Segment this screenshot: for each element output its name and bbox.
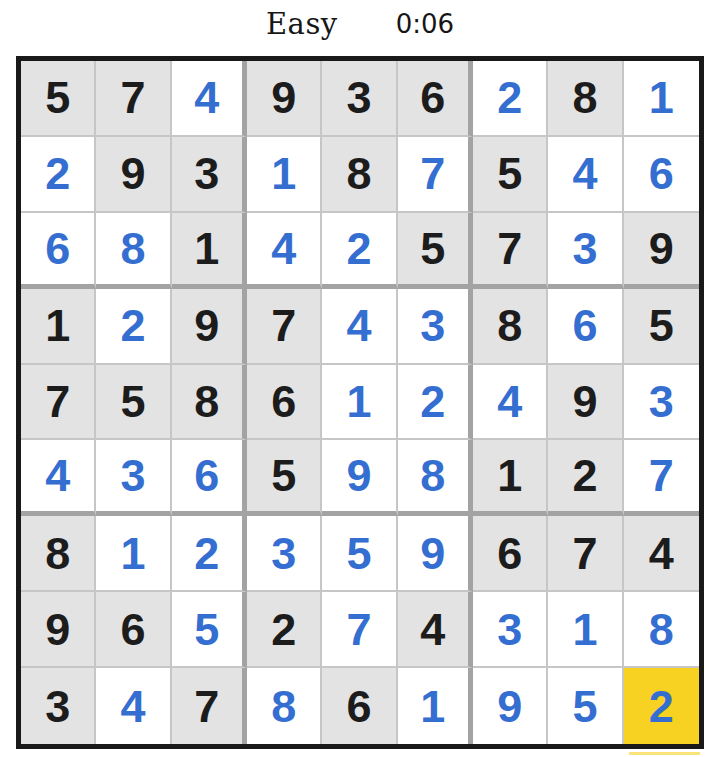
cell-r2c6[interactable]: 7 bbox=[398, 137, 473, 213]
cell-r4c2[interactable]: 2 bbox=[96, 289, 171, 365]
cell-r4c9[interactable]: 5 bbox=[624, 289, 699, 365]
cell-r3c4[interactable]: 4 bbox=[247, 213, 322, 289]
cell-r1c9[interactable]: 1 bbox=[624, 61, 699, 137]
cell-r9c4[interactable]: 8 bbox=[247, 668, 322, 744]
cell-r5c9[interactable]: 3 bbox=[624, 365, 699, 441]
cell-r3c8[interactable]: 3 bbox=[548, 213, 623, 289]
cell-r2c7[interactable]: 5 bbox=[473, 137, 548, 213]
cell-r6c1[interactable]: 4 bbox=[21, 440, 96, 516]
cell-r4c7[interactable]: 8 bbox=[473, 289, 548, 365]
cell-r7c3[interactable]: 2 bbox=[172, 516, 247, 592]
cell-r8c1[interactable]: 9 bbox=[21, 592, 96, 668]
cell-r3c5[interactable]: 2 bbox=[322, 213, 397, 289]
cell-r4c1[interactable]: 1 bbox=[21, 289, 96, 365]
cell-r7c4[interactable]: 3 bbox=[247, 516, 322, 592]
cell-r6c9[interactable]: 7 bbox=[624, 440, 699, 516]
sudoku-page: Easy 0:06 574936281293187546681425739129… bbox=[0, 0, 720, 757]
cell-r6c4[interactable]: 5 bbox=[247, 440, 322, 516]
cell-r3c2[interactable]: 8 bbox=[96, 213, 171, 289]
cell-r1c4[interactable]: 9 bbox=[247, 61, 322, 137]
cell-r9c9[interactable]: 2 bbox=[624, 668, 699, 744]
cell-r2c5[interactable]: 8 bbox=[322, 137, 397, 213]
cell-r2c4[interactable]: 1 bbox=[247, 137, 322, 213]
cell-r2c9[interactable]: 6 bbox=[624, 137, 699, 213]
cell-r9c8[interactable]: 5 bbox=[548, 668, 623, 744]
cell-r4c6[interactable]: 3 bbox=[398, 289, 473, 365]
cell-r8c4[interactable]: 2 bbox=[247, 592, 322, 668]
cell-r6c3[interactable]: 6 bbox=[172, 440, 247, 516]
cell-r2c1[interactable]: 2 bbox=[21, 137, 96, 213]
cell-r1c7[interactable]: 2 bbox=[473, 61, 548, 137]
cell-r8c8[interactable]: 1 bbox=[548, 592, 623, 668]
cell-r7c6[interactable]: 9 bbox=[398, 516, 473, 592]
cell-r4c3[interactable]: 9 bbox=[172, 289, 247, 365]
cell-r1c6[interactable]: 6 bbox=[398, 61, 473, 137]
cell-r5c8[interactable]: 9 bbox=[548, 365, 623, 441]
cell-r5c5[interactable]: 1 bbox=[322, 365, 397, 441]
cell-r5c2[interactable]: 5 bbox=[96, 365, 171, 441]
cell-r4c8[interactable]: 6 bbox=[548, 289, 623, 365]
selected-column-accent bbox=[629, 752, 700, 755]
cell-r1c2[interactable]: 7 bbox=[96, 61, 171, 137]
cell-r8c3[interactable]: 5 bbox=[172, 592, 247, 668]
difficulty-label: Easy bbox=[266, 7, 338, 41]
sudoku-board: 5749362812931875466814257391297438657586… bbox=[16, 56, 704, 749]
cell-r1c5[interactable]: 3 bbox=[322, 61, 397, 137]
cell-r6c6[interactable]: 8 bbox=[398, 440, 473, 516]
cell-r5c7[interactable]: 4 bbox=[473, 365, 548, 441]
cell-r3c1[interactable]: 6 bbox=[21, 213, 96, 289]
cell-r2c3[interactable]: 3 bbox=[172, 137, 247, 213]
cell-r3c9[interactable]: 9 bbox=[624, 213, 699, 289]
game-header: Easy 0:06 bbox=[0, 0, 720, 48]
cell-r5c3[interactable]: 8 bbox=[172, 365, 247, 441]
cell-r7c1[interactable]: 8 bbox=[21, 516, 96, 592]
cell-r3c6[interactable]: 5 bbox=[398, 213, 473, 289]
cell-r2c2[interactable]: 9 bbox=[96, 137, 171, 213]
cell-r6c5[interactable]: 9 bbox=[322, 440, 397, 516]
cell-r7c9[interactable]: 4 bbox=[624, 516, 699, 592]
cell-r9c5[interactable]: 6 bbox=[322, 668, 397, 744]
cell-r9c6[interactable]: 1 bbox=[398, 668, 473, 744]
cell-r5c6[interactable]: 2 bbox=[398, 365, 473, 441]
cell-r3c3[interactable]: 1 bbox=[172, 213, 247, 289]
cell-r6c2[interactable]: 3 bbox=[96, 440, 171, 516]
cell-r8c7[interactable]: 3 bbox=[473, 592, 548, 668]
cell-r4c5[interactable]: 4 bbox=[322, 289, 397, 365]
cell-r7c2[interactable]: 1 bbox=[96, 516, 171, 592]
cell-r6c8[interactable]: 2 bbox=[548, 440, 623, 516]
cell-r7c5[interactable]: 5 bbox=[322, 516, 397, 592]
cell-r4c4[interactable]: 7 bbox=[247, 289, 322, 365]
cell-r8c6[interactable]: 4 bbox=[398, 592, 473, 668]
cell-r9c1[interactable]: 3 bbox=[21, 668, 96, 744]
timer: 0:06 bbox=[396, 9, 454, 39]
cell-r5c1[interactable]: 7 bbox=[21, 365, 96, 441]
cell-r9c7[interactable]: 9 bbox=[473, 668, 548, 744]
cell-r7c8[interactable]: 7 bbox=[548, 516, 623, 592]
cell-r8c9[interactable]: 8 bbox=[624, 592, 699, 668]
cell-r8c5[interactable]: 7 bbox=[322, 592, 397, 668]
cell-r7c7[interactable]: 6 bbox=[473, 516, 548, 592]
cell-r1c1[interactable]: 5 bbox=[21, 61, 96, 137]
cell-r9c2[interactable]: 4 bbox=[96, 668, 171, 744]
cell-r3c7[interactable]: 7 bbox=[473, 213, 548, 289]
cell-r1c8[interactable]: 8 bbox=[548, 61, 623, 137]
cell-r2c8[interactable]: 4 bbox=[548, 137, 623, 213]
cell-r6c7[interactable]: 1 bbox=[473, 440, 548, 516]
cell-r1c3[interactable]: 4 bbox=[172, 61, 247, 137]
cell-r8c2[interactable]: 6 bbox=[96, 592, 171, 668]
cell-r9c3[interactable]: 7 bbox=[172, 668, 247, 744]
cell-r5c4[interactable]: 6 bbox=[247, 365, 322, 441]
